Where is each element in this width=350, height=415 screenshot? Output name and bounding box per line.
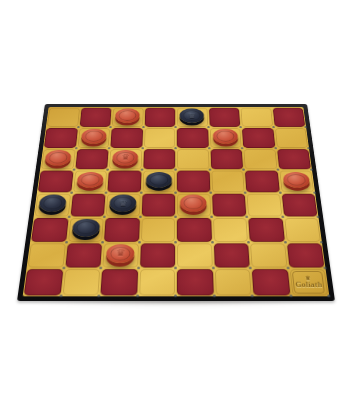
square-r5c8[interactable] [281, 194, 317, 216]
square-r6c3[interactable] [104, 218, 139, 242]
square-r7c6[interactable] [213, 243, 249, 268]
square-r7c8[interactable] [286, 243, 324, 268]
goliath-logo: ♕Goliath [292, 271, 326, 293]
square-r3c5[interactable] [177, 149, 209, 169]
square-r2c8[interactable] [275, 128, 309, 148]
checkers-board-frame: ♛♛♛♛♕Goliath [17, 104, 335, 301]
square-r4c4[interactable] [142, 171, 175, 192]
square-r6c1[interactable] [31, 218, 68, 242]
square-r2c7[interactable] [242, 128, 275, 148]
square-r8c2[interactable] [62, 269, 100, 295]
square-r7c7[interactable] [250, 243, 287, 268]
square-r1c5[interactable]: ♛ [177, 108, 208, 127]
square-r1c7[interactable] [241, 108, 273, 127]
red-man-piece[interactable] [115, 109, 140, 123]
square-r3c2[interactable] [75, 149, 109, 169]
square-r3c6[interactable] [210, 149, 243, 169]
square-r7c1[interactable] [28, 243, 66, 268]
square-r4c6[interactable] [211, 171, 245, 192]
square-r1c3[interactable] [112, 108, 143, 127]
checkers-board: ♛♛♛♛♕Goliath [23, 107, 330, 296]
square-r2c2[interactable] [77, 128, 110, 148]
square-r4c3[interactable] [107, 171, 141, 192]
square-r3c7[interactable] [243, 149, 277, 169]
square-r1c8[interactable] [272, 108, 305, 127]
square-r4c7[interactable] [245, 171, 279, 192]
square-r3c4[interactable] [143, 149, 175, 169]
square-r6c8[interactable] [284, 218, 321, 242]
square-r6c7[interactable] [248, 218, 284, 242]
square-r6c5[interactable] [177, 218, 212, 242]
square-r3c8[interactable] [277, 149, 311, 169]
square-r5c3[interactable]: ♛ [106, 194, 141, 216]
square-r7c3[interactable]: ♛ [102, 243, 138, 268]
square-r8c7[interactable] [252, 269, 290, 295]
black-man-piece[interactable] [146, 172, 172, 188]
crown-emboss-icon: ♛ [112, 150, 138, 166]
crown-emboss-icon: ♛ [109, 195, 137, 212]
square-r8c8[interactable]: ♕Goliath [289, 269, 328, 295]
square-r3c3[interactable]: ♛ [109, 149, 142, 169]
square-r2c5[interactable] [177, 128, 209, 148]
black-king-piece[interactable]: ♛ [109, 195, 137, 212]
square-r7c5[interactable] [177, 243, 212, 268]
black-man-piece[interactable] [72, 219, 101, 237]
red-man-piece[interactable] [81, 129, 107, 144]
square-r6c2[interactable] [68, 218, 104, 242]
crown-emboss-icon: ♛ [106, 244, 135, 263]
goliath-logo-label: Goliath [295, 282, 323, 289]
square-r8c6[interactable] [214, 269, 251, 295]
square-r5c1[interactable] [35, 194, 71, 216]
square-r8c5[interactable] [177, 269, 213, 295]
red-king-piece[interactable]: ♛ [112, 150, 138, 166]
square-r1c6[interactable] [209, 108, 240, 127]
square-r5c5[interactable] [177, 194, 211, 216]
square-r1c4[interactable] [144, 108, 175, 127]
red-man-piece[interactable] [180, 195, 207, 212]
square-r1c1[interactable] [47, 108, 80, 127]
square-r4c8[interactable] [279, 171, 314, 192]
red-king-piece[interactable]: ♛ [106, 244, 135, 263]
photo-background: ♛♛♛♛♕Goliath [0, 0, 350, 415]
square-r8c1[interactable] [24, 269, 63, 295]
square-r6c4[interactable] [140, 218, 175, 242]
square-r1c2[interactable] [79, 108, 111, 127]
red-man-piece[interactable] [45, 150, 72, 166]
black-king-piece[interactable]: ♛ [180, 109, 205, 123]
red-man-piece[interactable] [282, 172, 310, 188]
square-r5c4[interactable] [141, 194, 175, 216]
square-r5c2[interactable] [70, 194, 105, 216]
square-r2c4[interactable] [144, 128, 176, 148]
square-r2c3[interactable] [110, 128, 142, 148]
square-r3c1[interactable] [41, 149, 75, 169]
square-r8c4[interactable] [139, 269, 175, 295]
square-r7c2[interactable] [65, 243, 102, 268]
square-r6c6[interactable] [213, 218, 248, 242]
square-r2c6[interactable] [209, 128, 241, 148]
square-r8c3[interactable] [100, 269, 137, 295]
board-scene: ♛♛♛♛♕Goliath [17, 45, 335, 301]
crown-emboss-icon: ♛ [180, 109, 205, 123]
square-r5c6[interactable] [212, 194, 247, 216]
square-r2c1[interactable] [44, 128, 78, 148]
square-r4c1[interactable] [38, 171, 73, 192]
red-man-piece[interactable] [76, 172, 103, 188]
red-man-piece[interactable] [213, 129, 239, 144]
black-man-piece[interactable] [39, 195, 68, 212]
square-r7c4[interactable] [140, 243, 175, 268]
square-r5c7[interactable] [247, 194, 282, 216]
square-r4c5[interactable] [177, 171, 210, 192]
square-r4c2[interactable] [73, 171, 107, 192]
